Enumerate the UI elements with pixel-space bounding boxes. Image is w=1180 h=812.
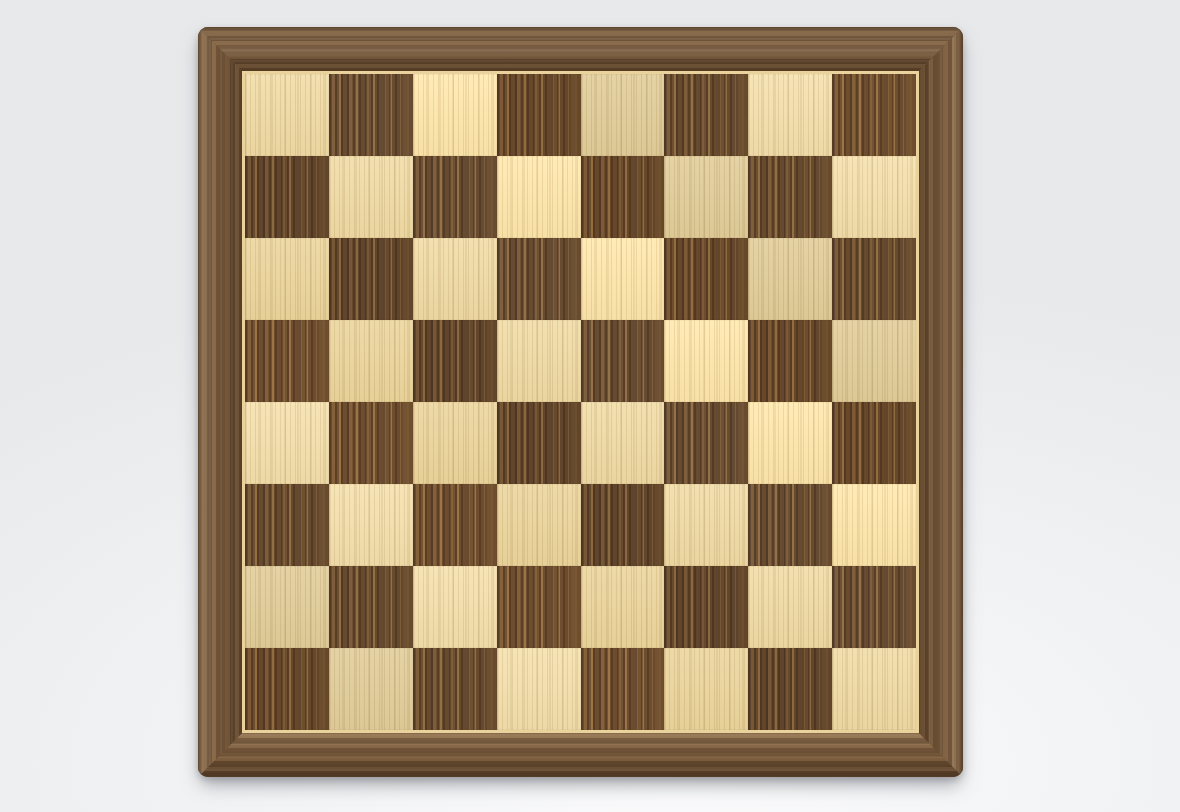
board-grid xyxy=(245,74,916,730)
square-h2[interactable] xyxy=(832,566,916,648)
square-f2[interactable] xyxy=(664,566,748,648)
square-h4[interactable] xyxy=(832,402,916,484)
square-a5[interactable] xyxy=(245,320,329,402)
square-c8[interactable] xyxy=(413,74,497,156)
square-b1[interactable] xyxy=(329,648,413,730)
square-g4[interactable] xyxy=(748,402,832,484)
square-g5[interactable] xyxy=(748,320,832,402)
square-c6[interactable] xyxy=(413,238,497,320)
square-h8[interactable] xyxy=(832,74,916,156)
square-b4[interactable] xyxy=(329,402,413,484)
square-f7[interactable] xyxy=(664,156,748,238)
square-a8[interactable] xyxy=(245,74,329,156)
square-b6[interactable] xyxy=(329,238,413,320)
square-b8[interactable] xyxy=(329,74,413,156)
square-a4[interactable] xyxy=(245,402,329,484)
square-c3[interactable] xyxy=(413,484,497,566)
square-e6[interactable] xyxy=(581,238,665,320)
square-c4[interactable] xyxy=(413,402,497,484)
square-d5[interactable] xyxy=(497,320,581,402)
square-f8[interactable] xyxy=(664,74,748,156)
square-g7[interactable] xyxy=(748,156,832,238)
square-d1[interactable] xyxy=(497,648,581,730)
square-d4[interactable] xyxy=(497,402,581,484)
square-a3[interactable] xyxy=(245,484,329,566)
square-e5[interactable] xyxy=(581,320,665,402)
square-g2[interactable] xyxy=(748,566,832,648)
board-frame-right-rail xyxy=(916,27,963,777)
square-e1[interactable] xyxy=(581,648,665,730)
square-d7[interactable] xyxy=(497,156,581,238)
square-d3[interactable] xyxy=(497,484,581,566)
square-h5[interactable] xyxy=(832,320,916,402)
square-a1[interactable] xyxy=(245,648,329,730)
square-d8[interactable] xyxy=(497,74,581,156)
square-c2[interactable] xyxy=(413,566,497,648)
square-f4[interactable] xyxy=(664,402,748,484)
square-a7[interactable] xyxy=(245,156,329,238)
square-d2[interactable] xyxy=(497,566,581,648)
square-a6[interactable] xyxy=(245,238,329,320)
square-c1[interactable] xyxy=(413,648,497,730)
square-g3[interactable] xyxy=(748,484,832,566)
square-c5[interactable] xyxy=(413,320,497,402)
square-e2[interactable] xyxy=(581,566,665,648)
square-e4[interactable] xyxy=(581,402,665,484)
square-h1[interactable] xyxy=(832,648,916,730)
square-c7[interactable] xyxy=(413,156,497,238)
board-frame-bottom-rail xyxy=(198,730,963,777)
square-b3[interactable] xyxy=(329,484,413,566)
square-f3[interactable] xyxy=(664,484,748,566)
chessboard xyxy=(198,27,963,777)
square-e8[interactable] xyxy=(581,74,665,156)
square-h7[interactable] xyxy=(832,156,916,238)
square-g6[interactable] xyxy=(748,238,832,320)
square-f5[interactable] xyxy=(664,320,748,402)
square-f6[interactable] xyxy=(664,238,748,320)
square-e3[interactable] xyxy=(581,484,665,566)
square-a2[interactable] xyxy=(245,566,329,648)
photo-backdrop xyxy=(0,0,1180,812)
board-frame-top-rail xyxy=(198,27,963,74)
square-f1[interactable] xyxy=(664,648,748,730)
square-h3[interactable] xyxy=(832,484,916,566)
square-b5[interactable] xyxy=(329,320,413,402)
board-frame-left-rail xyxy=(198,27,245,777)
square-b2[interactable] xyxy=(329,566,413,648)
square-g1[interactable] xyxy=(748,648,832,730)
square-d6[interactable] xyxy=(497,238,581,320)
square-h6[interactable] xyxy=(832,238,916,320)
square-b7[interactable] xyxy=(329,156,413,238)
square-g8[interactable] xyxy=(748,74,832,156)
square-e7[interactable] xyxy=(581,156,665,238)
